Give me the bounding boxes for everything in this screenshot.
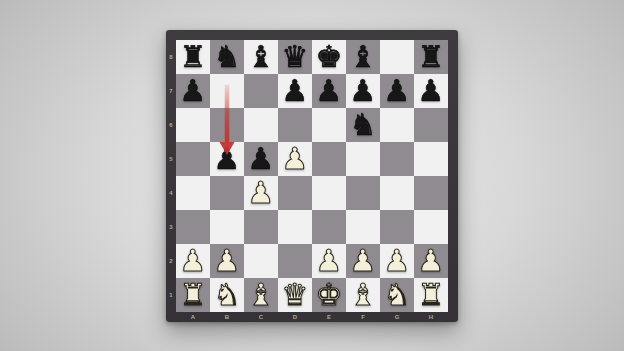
piece-white-pawn: ♟ <box>316 244 343 278</box>
square-c5[interactable]: ♟ <box>244 142 278 176</box>
square-c6[interactable] <box>244 108 278 142</box>
square-h7[interactable]: ♟ <box>414 74 448 108</box>
square-h1[interactable]: ♜ <box>414 278 448 312</box>
square-h6[interactable] <box>414 108 448 142</box>
square-d6[interactable] <box>278 108 312 142</box>
square-d8[interactable]: ♛ <box>278 40 312 74</box>
rank-label-4: 4 <box>169 190 172 196</box>
square-f7[interactable]: ♟ <box>346 74 380 108</box>
square-g1[interactable]: ♞ <box>380 278 414 312</box>
square-c7[interactable] <box>244 74 278 108</box>
board-grid: ♜♞♝♛♚♝♜♟♟♟♟♟♟♞♟♟♟♟♟♟♟♟♟♟♜♞♝♛♚♝♞♜ <box>176 40 448 312</box>
square-b7[interactable] <box>210 74 244 108</box>
file-label-G: G <box>395 314 400 320</box>
square-e5[interactable] <box>312 142 346 176</box>
square-a1[interactable]: ♜ <box>176 278 210 312</box>
square-g3[interactable] <box>380 210 414 244</box>
square-h5[interactable] <box>414 142 448 176</box>
piece-black-rook: ♜ <box>180 40 207 74</box>
square-a3[interactable] <box>176 210 210 244</box>
piece-white-queen: ♛ <box>282 278 309 312</box>
square-g8[interactable] <box>380 40 414 74</box>
square-e8[interactable]: ♚ <box>312 40 346 74</box>
piece-black-pawn: ♟ <box>418 74 445 108</box>
piece-white-rook: ♜ <box>180 278 207 312</box>
square-c1[interactable]: ♝ <box>244 278 278 312</box>
square-g2[interactable]: ♟ <box>380 244 414 278</box>
square-d2[interactable] <box>278 244 312 278</box>
rank-label-6: 6 <box>169 122 172 128</box>
piece-white-rook: ♜ <box>418 278 445 312</box>
piece-white-pawn: ♟ <box>282 142 309 176</box>
rank-label-5: 5 <box>169 156 172 162</box>
rank-label-8: 8 <box>169 54 172 60</box>
square-e3[interactable] <box>312 210 346 244</box>
file-label-B: B <box>225 314 229 320</box>
square-g7[interactable]: ♟ <box>380 74 414 108</box>
rank-label-2: 2 <box>169 258 172 264</box>
square-f4[interactable] <box>346 176 380 210</box>
square-h3[interactable] <box>414 210 448 244</box>
rank-label-7: 7 <box>169 88 172 94</box>
page: { "game": "chess", "position": { "fen": … <box>0 0 624 351</box>
piece-black-king: ♚ <box>316 40 343 74</box>
piece-white-knight: ♞ <box>214 278 241 312</box>
piece-black-knight: ♞ <box>214 40 241 74</box>
square-d3[interactable] <box>278 210 312 244</box>
piece-white-bishop: ♝ <box>248 278 275 312</box>
file-label-H: H <box>429 314 433 320</box>
rank-label-1: 1 <box>169 292 172 298</box>
piece-black-bishop: ♝ <box>248 40 275 74</box>
square-a5[interactable] <box>176 142 210 176</box>
square-b3[interactable] <box>210 210 244 244</box>
square-d4[interactable] <box>278 176 312 210</box>
square-g5[interactable] <box>380 142 414 176</box>
square-d7[interactable]: ♟ <box>278 74 312 108</box>
piece-white-knight: ♞ <box>384 278 411 312</box>
piece-black-pawn: ♟ <box>180 74 207 108</box>
file-label-E: E <box>327 314 331 320</box>
piece-white-pawn: ♟ <box>180 244 207 278</box>
square-a6[interactable] <box>176 108 210 142</box>
square-g6[interactable] <box>380 108 414 142</box>
square-b6[interactable] <box>210 108 244 142</box>
square-f8[interactable]: ♝ <box>346 40 380 74</box>
piece-black-pawn: ♟ <box>316 74 343 108</box>
square-a8[interactable]: ♜ <box>176 40 210 74</box>
square-b5[interactable]: ♟ <box>210 142 244 176</box>
square-e7[interactable]: ♟ <box>312 74 346 108</box>
square-e6[interactable] <box>312 108 346 142</box>
piece-black-bishop: ♝ <box>350 40 377 74</box>
square-c2[interactable] <box>244 244 278 278</box>
piece-white-king: ♚ <box>316 278 343 312</box>
square-b1[interactable]: ♞ <box>210 278 244 312</box>
piece-black-pawn: ♟ <box>248 142 275 176</box>
square-d5[interactable]: ♟ <box>278 142 312 176</box>
piece-black-knight: ♞ <box>350 108 377 142</box>
piece-black-pawn: ♟ <box>350 74 377 108</box>
square-e2[interactable]: ♟ <box>312 244 346 278</box>
piece-black-pawn: ♟ <box>214 142 241 176</box>
piece-black-rook: ♜ <box>418 40 445 74</box>
piece-black-pawn: ♟ <box>384 74 411 108</box>
piece-white-pawn: ♟ <box>214 244 241 278</box>
rank-label-3: 3 <box>169 224 172 230</box>
chess-board: ♜♞♝♛♚♝♜♟♟♟♟♟♟♞♟♟♟♟♟♟♟♟♟♟♜♞♝♛♚♝♞♜ 8765432… <box>166 30 458 322</box>
file-label-D: D <box>293 314 297 320</box>
square-a7[interactable]: ♟ <box>176 74 210 108</box>
square-c3[interactable] <box>244 210 278 244</box>
square-d1[interactable]: ♛ <box>278 278 312 312</box>
square-f5[interactable] <box>346 142 380 176</box>
square-h4[interactable] <box>414 176 448 210</box>
file-label-A: A <box>191 314 195 320</box>
piece-black-pawn: ♟ <box>282 74 309 108</box>
file-label-C: C <box>259 314 263 320</box>
square-b8[interactable]: ♞ <box>210 40 244 74</box>
square-g4[interactable] <box>380 176 414 210</box>
piece-white-pawn: ♟ <box>384 244 411 278</box>
square-h2[interactable]: ♟ <box>414 244 448 278</box>
square-e4[interactable] <box>312 176 346 210</box>
piece-black-queen: ♛ <box>282 40 309 74</box>
square-f1[interactable]: ♝ <box>346 278 380 312</box>
square-a4[interactable] <box>176 176 210 210</box>
square-h8[interactable]: ♜ <box>414 40 448 74</box>
square-f2[interactable]: ♟ <box>346 244 380 278</box>
square-b4[interactable] <box>210 176 244 210</box>
square-c8[interactable]: ♝ <box>244 40 278 74</box>
square-e1[interactable]: ♚ <box>312 278 346 312</box>
piece-white-pawn: ♟ <box>350 244 377 278</box>
square-c4[interactable]: ♟ <box>244 176 278 210</box>
square-b2[interactable]: ♟ <box>210 244 244 278</box>
piece-white-pawn: ♟ <box>418 244 445 278</box>
square-a2[interactable]: ♟ <box>176 244 210 278</box>
square-f6[interactable]: ♞ <box>346 108 380 142</box>
piece-white-pawn: ♟ <box>248 176 275 210</box>
file-label-F: F <box>361 314 365 320</box>
piece-white-bishop: ♝ <box>350 278 377 312</box>
square-f3[interactable] <box>346 210 380 244</box>
